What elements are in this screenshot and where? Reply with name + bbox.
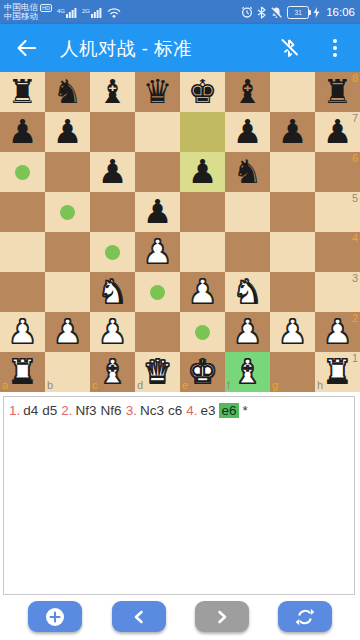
square-b1[interactable]: b [45, 352, 90, 392]
file-label: a [2, 379, 8, 392]
piece-white-pawn: ♟ [270, 312, 315, 352]
square-a3[interactable] [0, 272, 45, 312]
game-result: * [243, 403, 248, 418]
piece-black-bishop: ♝ [90, 72, 135, 112]
square-g3[interactable] [270, 272, 315, 312]
overflow-menu-button[interactable] [320, 33, 350, 63]
signal-bars-icon [91, 7, 102, 18]
square-g1[interactable]: g [270, 352, 315, 392]
square-g4[interactable] [270, 232, 315, 272]
square-c5[interactable] [90, 192, 135, 232]
square-e5[interactable] [180, 192, 225, 232]
square-d1[interactable]: ♛d [135, 352, 180, 392]
square-f7[interactable]: ♟ [225, 112, 270, 152]
piece-black-pawn: ♟ [135, 192, 180, 232]
square-b4[interactable] [45, 232, 90, 272]
piece-black-knight: ♞ [225, 152, 270, 192]
square-b3[interactable] [45, 272, 90, 312]
add-button[interactable] [28, 601, 82, 632]
legal-move-dot [15, 165, 30, 180]
legal-move-dot [60, 205, 75, 220]
square-f2[interactable]: ♟ [225, 312, 270, 352]
bluetooth-disabled-button[interactable] [274, 33, 304, 63]
square-e3[interactable]: ♟ [180, 272, 225, 312]
square-a6[interactable] [0, 152, 45, 192]
square-e4[interactable] [180, 232, 225, 272]
square-d7[interactable] [135, 112, 180, 152]
move-number: 3. [126, 403, 137, 418]
square-b8[interactable]: ♞ [45, 72, 90, 112]
back-move-button[interactable] [112, 601, 166, 632]
plus-circle-icon [45, 607, 65, 627]
file-label: c [92, 379, 98, 392]
square-c3[interactable]: ♞ [90, 272, 135, 312]
square-b6[interactable] [45, 152, 90, 192]
square-d4[interactable]: ♟ [135, 232, 180, 272]
piece-white-pawn: ♟ [225, 312, 270, 352]
square-d6[interactable] [135, 152, 180, 192]
piece-black-king: ♚ [180, 72, 225, 112]
network-type-1: 4G [57, 8, 65, 14]
signal-group-2: 2G [82, 7, 102, 18]
piece-black-pawn: ♟ [270, 112, 315, 152]
file-label: e [182, 379, 188, 392]
move-token[interactable]: d5 [42, 403, 57, 418]
square-a2[interactable]: ♟ [0, 312, 45, 352]
square-g6[interactable] [270, 152, 315, 192]
piece-black-pawn: ♟ [90, 152, 135, 192]
chevron-left-icon [130, 608, 148, 626]
chess-board: ♜♞♝♛♚♝♜8♟♟♟♟♟7♟♟♞6♟5♟4♞♟♞3♟♟♟♟♟♟2♜ab♝c♛d… [0, 72, 360, 392]
square-b2[interactable]: ♟ [45, 312, 90, 352]
carrier-block: 中国电信 HD 中国移动 [4, 3, 52, 21]
square-h4[interactable]: 4 [315, 232, 360, 272]
battery-indicator: 31 [287, 6, 309, 19]
move-list-panel: 1.d4d52.Nf3Nf63.Nc3c64.e3e6* [3, 396, 355, 595]
square-g2[interactable]: ♟ [270, 312, 315, 352]
square-h3[interactable]: 3 [315, 272, 360, 312]
move-line: 1.d4d52.Nf3Nf63.Nc3c64.e3e6* [9, 402, 349, 419]
piece-white-pawn: ♟ [0, 312, 45, 352]
square-f4[interactable] [225, 232, 270, 272]
square-d5[interactable]: ♟ [135, 192, 180, 232]
square-c4[interactable] [90, 232, 135, 272]
bottom-controls [0, 601, 360, 633]
move-token[interactable]: e3 [200, 403, 215, 418]
piece-black-bishop: ♝ [225, 72, 270, 112]
square-e8[interactable]: ♚ [180, 72, 225, 112]
square-c7[interactable] [90, 112, 135, 152]
menu-dot-icon [333, 53, 337, 57]
square-d2[interactable] [135, 312, 180, 352]
rank-label: 4 [352, 232, 358, 245]
square-a5[interactable] [0, 192, 45, 232]
square-c6[interactable]: ♟ [90, 152, 135, 192]
flip-restart-button[interactable] [278, 601, 332, 632]
square-c2[interactable]: ♟ [90, 312, 135, 352]
square-a1[interactable]: ♜a [0, 352, 45, 392]
chevron-right-icon [213, 608, 231, 626]
carrier-name-2: 中国移动 [4, 12, 38, 21]
square-a4[interactable] [0, 232, 45, 272]
rank-label: 2 [352, 312, 358, 325]
rank-label: 1 [352, 352, 358, 365]
piece-white-knight: ♞ [90, 272, 135, 312]
move-token[interactable]: Nc3 [140, 403, 164, 418]
piece-white-knight: ♞ [225, 272, 270, 312]
page-title: 人机对战 - 标准 [60, 36, 192, 61]
piece-white-pawn: ♟ [135, 232, 180, 272]
move-token[interactable]: d4 [23, 403, 38, 418]
square-e7[interactable] [180, 112, 225, 152]
square-f1[interactable]: ♝f [225, 352, 270, 392]
arrow-left-icon [16, 39, 36, 57]
bluetooth-icon [257, 6, 266, 19]
square-e2[interactable] [180, 312, 225, 352]
square-h5[interactable]: 5 [315, 192, 360, 232]
notifications-off-icon [270, 6, 283, 19]
move-token[interactable]: Nf6 [101, 403, 122, 418]
legal-move-dot [195, 325, 210, 340]
square-h7[interactable]: ♟7 [315, 112, 360, 152]
square-h6[interactable]: 6 [315, 152, 360, 192]
move-number: 2. [61, 403, 72, 418]
hd-badge: HD [40, 4, 52, 12]
signal-group-1: 4G [57, 7, 77, 18]
bluetooth-disabled-icon [278, 37, 300, 59]
network-type-2: 2G [82, 8, 90, 14]
legal-move-dot [150, 285, 165, 300]
wifi-icon [107, 7, 121, 18]
square-f3[interactable]: ♞ [225, 272, 270, 312]
square-a8[interactable]: ♜ [0, 72, 45, 112]
piece-white-pawn: ♟ [90, 312, 135, 352]
square-d3[interactable] [135, 272, 180, 312]
piece-black-pawn: ♟ [0, 112, 45, 152]
file-label: d [137, 379, 143, 392]
rank-label: 7 [352, 112, 358, 125]
square-e1[interactable]: ♚e [180, 352, 225, 392]
signal-bars-icon [66, 7, 77, 18]
move-token[interactable]: Nf3 [76, 403, 97, 418]
sync-icon [295, 607, 315, 627]
square-f6[interactable]: ♞ [225, 152, 270, 192]
rank-label: 6 [352, 152, 358, 165]
square-h2[interactable]: ♟2 [315, 312, 360, 352]
square-g8[interactable] [270, 72, 315, 112]
piece-white-pawn: ♟ [180, 272, 225, 312]
square-f8[interactable]: ♝ [225, 72, 270, 112]
square-c8[interactable]: ♝ [90, 72, 135, 112]
piece-white-bishop: ♝ [225, 352, 270, 392]
piece-black-queen: ♛ [135, 72, 180, 112]
square-h1[interactable]: ♜1h [315, 352, 360, 392]
battery-percent: 31 [295, 9, 302, 16]
square-g7[interactable]: ♟ [270, 112, 315, 152]
forward-move-button[interactable] [195, 601, 249, 632]
square-f5[interactable] [225, 192, 270, 232]
move-token[interactable]: c6 [168, 403, 182, 418]
menu-dot-icon [333, 46, 337, 50]
legal-move-dot [105, 245, 120, 260]
piece-black-pawn: ♟ [225, 112, 270, 152]
square-c1[interactable]: ♝c [90, 352, 135, 392]
square-h8[interactable]: ♜8 [315, 72, 360, 112]
current-move[interactable]: e6 [219, 403, 238, 418]
square-a7[interactable]: ♟ [0, 112, 45, 152]
rank-label: 5 [352, 192, 358, 205]
menu-dot-icon [333, 39, 337, 43]
move-number: 4. [186, 403, 197, 418]
move-number: 1. [9, 403, 20, 418]
back-button[interactable] [6, 28, 46, 68]
file-label: h [317, 379, 323, 392]
status-bar: 中国电信 HD 中国移动 4G 2G [0, 0, 360, 24]
file-label: f [227, 379, 230, 392]
status-time: 16:06 [326, 6, 355, 18]
square-d8[interactable]: ♛ [135, 72, 180, 112]
charging-bolt-icon [313, 7, 320, 18]
alarm-icon [241, 6, 253, 18]
piece-black-pawn: ♟ [45, 112, 90, 152]
file-label: g [272, 379, 278, 392]
piece-white-pawn: ♟ [45, 312, 90, 352]
square-g5[interactable] [270, 192, 315, 232]
square-b7[interactable]: ♟ [45, 112, 90, 152]
piece-black-rook: ♜ [0, 72, 45, 112]
rank-label: 8 [352, 72, 358, 85]
piece-black-pawn: ♟ [180, 152, 225, 192]
app-bar: 人机对战 - 标准 [0, 24, 360, 72]
piece-black-knight: ♞ [45, 72, 90, 112]
square-e6[interactable]: ♟ [180, 152, 225, 192]
square-b5[interactable] [45, 192, 90, 232]
file-label: b [47, 379, 53, 392]
rank-label: 3 [352, 272, 358, 285]
